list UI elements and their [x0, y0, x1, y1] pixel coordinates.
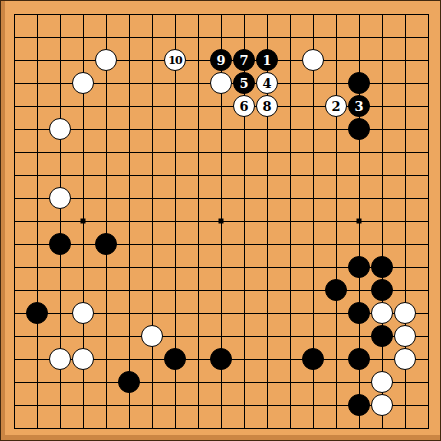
white-stone[interactable] — [394, 348, 416, 370]
move-3-stone[interactable]: 3 — [348, 95, 370, 117]
move-7-stone[interactable]: 7 — [233, 49, 255, 71]
star-point — [81, 219, 86, 224]
white-stone[interactable] — [49, 348, 71, 370]
black-stone[interactable] — [164, 348, 186, 370]
move-6-stone[interactable]: 6 — [233, 95, 255, 117]
black-stone[interactable] — [371, 256, 393, 278]
move-9-stone[interactable]: 9 — [210, 49, 232, 71]
white-stone[interactable] — [302, 49, 324, 71]
white-stone[interactable] — [72, 302, 94, 324]
black-stone[interactable] — [348, 118, 370, 140]
white-stone[interactable] — [394, 302, 416, 324]
black-stone[interactable] — [371, 279, 393, 301]
move-8-stone[interactable]: 8 — [256, 95, 278, 117]
black-stone[interactable] — [49, 233, 71, 255]
black-stone[interactable] — [302, 348, 324, 370]
white-stone[interactable] — [95, 49, 117, 71]
black-stone[interactable] — [371, 325, 393, 347]
black-stone[interactable] — [325, 279, 347, 301]
star-point — [357, 219, 362, 224]
white-stone[interactable] — [49, 118, 71, 140]
move-5-stone[interactable]: 5 — [233, 72, 255, 94]
white-stone[interactable] — [72, 72, 94, 94]
white-stone[interactable] — [49, 187, 71, 209]
black-stone[interactable] — [348, 302, 370, 324]
black-stone[interactable] — [348, 348, 370, 370]
white-stone[interactable] — [72, 348, 94, 370]
move-1-stone[interactable]: 1 — [256, 49, 278, 71]
black-stone[interactable] — [118, 371, 140, 393]
go-board[interactable]: 10971546823 — [0, 0, 441, 441]
black-stone[interactable] — [348, 256, 370, 278]
star-point — [219, 219, 224, 224]
white-stone[interactable] — [371, 371, 393, 393]
move-4-stone[interactable]: 4 — [256, 72, 278, 94]
black-stone[interactable] — [26, 302, 48, 324]
black-stone[interactable] — [210, 348, 232, 370]
white-stone[interactable] — [141, 325, 163, 347]
white-stone[interactable] — [210, 72, 232, 94]
white-stone[interactable] — [394, 325, 416, 347]
black-stone[interactable] — [348, 394, 370, 416]
black-stone[interactable] — [348, 72, 370, 94]
move-2-stone[interactable]: 2 — [325, 95, 347, 117]
black-stone[interactable] — [95, 233, 117, 255]
white-stone[interactable] — [371, 394, 393, 416]
white-stone[interactable] — [371, 302, 393, 324]
move-10-stone[interactable]: 10 — [164, 49, 186, 71]
